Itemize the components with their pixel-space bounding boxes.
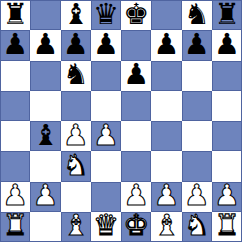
square-h3[interactable] [212,151,242,181]
square-e5[interactable] [121,91,151,121]
square-h6[interactable] [212,61,242,91]
square-a6[interactable] [0,61,30,91]
piece-black-pawn[interactable]: ♟ [184,30,210,59]
square-h7[interactable]: ♟ [212,30,242,60]
piece-black-pawn[interactable]: ♟ [123,61,149,90]
square-g8[interactable]: ♞ [182,0,212,30]
square-g1[interactable]: ♞ [182,212,212,242]
square-b2[interactable]: ♟ [30,182,60,212]
square-f2[interactable]: ♟ [151,182,181,212]
square-b7[interactable]: ♟ [30,30,60,60]
square-d5[interactable] [91,91,121,121]
square-h5[interactable] [212,91,242,121]
piece-white-rook[interactable]: ♜ [2,212,28,241]
square-e3[interactable] [121,151,151,181]
piece-white-pawn[interactable]: ♟ [214,182,240,211]
square-g5[interactable] [182,91,212,121]
square-c5[interactable] [61,91,91,121]
square-d7[interactable]: ♟ [91,30,121,60]
square-d8[interactable]: ♛ [91,0,121,30]
square-b5[interactable] [30,91,60,121]
square-g3[interactable] [182,151,212,181]
square-c1[interactable]: ♝ [61,212,91,242]
square-h8[interactable]: ♜ [212,0,242,30]
square-f6[interactable] [151,61,181,91]
square-c8[interactable]: ♝ [61,0,91,30]
piece-black-bishop[interactable]: ♝ [63,0,89,29]
piece-white-knight[interactable]: ♞ [184,212,210,241]
square-g2[interactable]: ♟ [182,182,212,212]
square-f5[interactable] [151,91,181,121]
square-f1[interactable]: ♝ [151,212,181,242]
square-b4[interactable]: ♝ [30,121,60,151]
square-g6[interactable] [182,61,212,91]
piece-white-pawn[interactable]: ♟ [93,121,119,150]
square-d1[interactable]: ♛ [91,212,121,242]
square-f3[interactable] [151,151,181,181]
square-h2[interactable]: ♟ [212,182,242,212]
square-a5[interactable] [0,91,30,121]
piece-black-pawn[interactable]: ♟ [93,30,119,59]
piece-black-pawn[interactable]: ♟ [153,30,179,59]
piece-black-pawn[interactable]: ♟ [214,30,240,59]
square-c2[interactable] [61,182,91,212]
piece-black-pawn[interactable]: ♟ [32,30,58,59]
piece-black-pawn[interactable]: ♟ [63,30,89,59]
piece-black-queen[interactable]: ♛ [93,0,119,29]
square-a7[interactable]: ♟ [0,30,30,60]
piece-white-pawn[interactable]: ♟ [123,182,149,211]
square-h4[interactable] [212,121,242,151]
square-d3[interactable] [91,151,121,181]
square-e6[interactable]: ♟ [121,61,151,91]
piece-black-knight[interactable]: ♞ [184,0,210,29]
square-b6[interactable] [30,61,60,91]
square-c7[interactable]: ♟ [61,30,91,60]
square-b1[interactable] [30,212,60,242]
piece-white-pawn[interactable]: ♟ [32,182,58,211]
piece-black-rook[interactable]: ♜ [2,0,28,29]
square-f8[interactable] [151,0,181,30]
square-d6[interactable] [91,61,121,91]
chess-board: ♜♝♛♚♞♜♟♟♟♟♟♟♟♞♟♝♟♟♞♟♟♟♟♟♟♜♝♛♚♝♞♜ [0,0,242,242]
square-a3[interactable] [0,151,30,181]
piece-white-pawn[interactable]: ♟ [63,121,89,150]
square-e7[interactable] [121,30,151,60]
piece-white-king[interactable]: ♚ [123,212,149,241]
piece-white-pawn[interactable]: ♟ [184,182,210,211]
piece-white-rook[interactable]: ♜ [214,212,240,241]
piece-white-bishop[interactable]: ♝ [153,212,179,241]
piece-black-bishop[interactable]: ♝ [32,121,58,150]
piece-black-rook[interactable]: ♜ [214,0,240,29]
square-d4[interactable]: ♟ [91,121,121,151]
square-a8[interactable]: ♜ [0,0,30,30]
square-e1[interactable]: ♚ [121,212,151,242]
square-e8[interactable]: ♚ [121,0,151,30]
square-a2[interactable]: ♟ [0,182,30,212]
square-c6[interactable]: ♞ [61,61,91,91]
square-b8[interactable] [30,0,60,30]
square-f7[interactable]: ♟ [151,30,181,60]
piece-black-knight[interactable]: ♞ [63,61,89,90]
square-d2[interactable] [91,182,121,212]
piece-white-pawn[interactable]: ♟ [153,182,179,211]
square-c4[interactable]: ♟ [61,121,91,151]
square-e4[interactable] [121,121,151,151]
piece-white-bishop[interactable]: ♝ [63,212,89,241]
square-h1[interactable]: ♜ [212,212,242,242]
piece-black-pawn[interactable]: ♟ [2,30,28,59]
square-a1[interactable]: ♜ [0,212,30,242]
square-f4[interactable] [151,121,181,151]
square-g7[interactable]: ♟ [182,30,212,60]
piece-white-knight[interactable]: ♞ [63,151,89,180]
square-a4[interactable] [0,121,30,151]
square-e2[interactable]: ♟ [121,182,151,212]
square-b3[interactable] [30,151,60,181]
piece-black-king[interactable]: ♚ [123,0,149,29]
piece-white-pawn[interactable]: ♟ [2,182,28,211]
piece-white-queen[interactable]: ♛ [93,212,119,241]
square-c3[interactable]: ♞ [61,151,91,181]
square-g4[interactable] [182,121,212,151]
